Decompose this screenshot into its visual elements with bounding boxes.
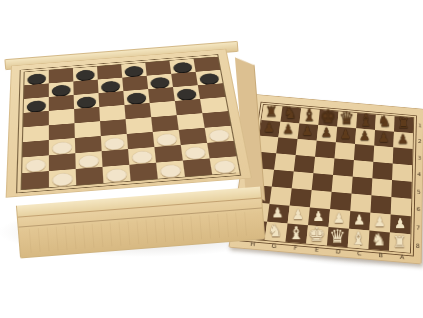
rank-label-8: 8 (416, 237, 420, 256)
chess-square-7-4: ♛ (327, 227, 349, 247)
checkers-square-7-1: ● (49, 169, 76, 187)
chess-square-3-3 (313, 157, 334, 175)
checkers-board-surface: ●●●●●●●●●●●●●●●●●●●●●●●● (6, 49, 252, 198)
rank-label-5: 5 (417, 183, 421, 201)
checkers-square-7-0 (22, 171, 49, 189)
chess-square-1-4: ♟ (336, 127, 356, 144)
chess-square-3-2 (294, 155, 315, 173)
chess-square-1-2: ♟ (298, 123, 319, 140)
chess-square-3-7 (392, 164, 412, 182)
black-pawn[interactable]: ♟ (279, 119, 298, 138)
chess-square-1-1: ♟ (278, 122, 299, 139)
white-knight[interactable]: ♞ (369, 229, 390, 250)
checkers-square-7-7: ● (210, 156, 240, 174)
checkers-grid: ●●●●●●●●●●●●●●●●●●●●●●●● (21, 57, 237, 191)
chess-square-4-5 (351, 177, 372, 196)
black-pawn[interactable]: ♟ (355, 126, 374, 145)
checkers-board-frame: ●●●●●●●●●●●●●●●●●●●●●●●● (16, 54, 241, 193)
rank-labels: 12345678 (416, 118, 423, 256)
black-pawn[interactable]: ♟ (374, 128, 393, 147)
chess-square-2-7 (393, 147, 413, 165)
chess-square-1-5: ♟ (355, 128, 375, 145)
white-rook[interactable]: ♜ (389, 231, 410, 252)
chess-square-2-4 (334, 142, 355, 160)
file-label-E: E (306, 245, 328, 254)
light-checker-piece[interactable]: ● (210, 156, 240, 174)
chess-square-3-4 (333, 158, 354, 176)
chess-square-3-6 (372, 162, 392, 180)
rank-label-7: 7 (416, 218, 420, 237)
chess-square-7-5: ♝ (348, 229, 370, 249)
chess-square-4-3 (312, 173, 333, 192)
rank-label-6: 6 (416, 201, 420, 219)
chess-square-2-5 (354, 144, 374, 162)
chess-square-4-6 (371, 178, 392, 197)
rank-label-3: 3 (418, 150, 422, 167)
chess-square-7-2: ♝ (285, 223, 308, 243)
chess-square-3-1 (274, 153, 296, 171)
chess-square-7-3: ♚ (306, 225, 328, 245)
white-bishop[interactable]: ♝ (348, 228, 369, 249)
chess-square-7-7: ♜ (389, 232, 410, 252)
chess-square-7-6: ♞ (368, 231, 389, 251)
chess-square-2-1 (276, 137, 297, 155)
lid-top: ●●●●●●●●●●●●●●●●●●●●●●●● (11, 49, 238, 213)
chess-square-2-2 (296, 139, 317, 157)
white-bishop[interactable]: ♝ (286, 222, 307, 243)
rank-label-1: 1 (418, 118, 422, 134)
checkers-square-7-4 (129, 163, 158, 181)
black-pawn[interactable]: ♟ (336, 124, 355, 143)
product-photo-stage: ♜♞♝♚♛♝♞♜♟♟♟♟♟♟♟♟♟♟♟♟♟♟♟♟♜♞♝♚♛♝♞♜ HGFEDCB… (0, 0, 423, 318)
checkers-box: ●●●●●●●●●●●●●●●●●●●●●●●● (0, 34, 280, 268)
checkers-square-7-6 (183, 158, 212, 176)
checkers-square-7-3: ● (103, 165, 131, 183)
black-pawn[interactable]: ♟ (317, 123, 336, 142)
rank-label-2: 2 (418, 133, 422, 149)
chess-square-1-7: ♟ (393, 132, 413, 149)
checkers-square-7-5: ● (156, 161, 185, 179)
rank-label-4: 4 (417, 166, 421, 183)
chess-square-2-6 (373, 146, 393, 164)
chess-square-1-6: ♟ (374, 130, 394, 147)
chess-square-2-3 (315, 141, 336, 159)
chess-square-4-7 (391, 180, 411, 199)
chess-square-3-5 (353, 160, 374, 178)
checkers-square-7-2 (76, 167, 104, 185)
chess-square-4-2 (292, 171, 314, 190)
light-checker-piece[interactable]: ● (156, 161, 185, 179)
light-checker-piece[interactable]: ● (49, 169, 76, 187)
chess-square-1-3: ♟ (317, 125, 338, 142)
white-queen[interactable]: ♛ (327, 226, 348, 247)
black-pawn[interactable]: ♟ (393, 130, 412, 149)
black-pawn[interactable]: ♟ (298, 121, 317, 140)
chess-square-4-4 (332, 175, 353, 194)
white-king[interactable]: ♚ (306, 224, 327, 245)
light-checker-piece[interactable]: ● (103, 165, 131, 183)
